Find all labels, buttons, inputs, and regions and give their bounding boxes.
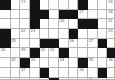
white-cell-r1-c0[interactable] bbox=[0, 10, 11, 20]
white-cell-r4-c11[interactable] bbox=[107, 39, 115, 49]
black-cell-r3-c0 bbox=[0, 29, 11, 39]
white-cell-r7-c0[interactable] bbox=[0, 68, 11, 78]
white-cell-r0-c4[interactable] bbox=[40, 0, 50, 10]
white-cell-r1-c9[interactable] bbox=[88, 10, 98, 20]
white-cell-r8-c9[interactable]: 39 bbox=[88, 78, 98, 80]
white-cell-r3-c10[interactable] bbox=[98, 29, 108, 39]
white-cell-r5-c0[interactable]: 28 bbox=[0, 48, 11, 58]
white-cell-r2-c11[interactable]: 21 bbox=[107, 19, 115, 29]
white-cell-r3-c9[interactable] bbox=[88, 29, 98, 39]
white-cell-r6-c9[interactable]: 35 bbox=[88, 58, 98, 68]
clue-number: 35 bbox=[89, 58, 94, 62]
white-cell-r8-c7[interactable] bbox=[69, 78, 79, 80]
white-cell-r0-c11[interactable]: 14 bbox=[107, 0, 115, 10]
black-cell-r4-c0 bbox=[0, 39, 11, 49]
clue-number: 14 bbox=[108, 0, 113, 4]
white-cell-r3-c4[interactable] bbox=[40, 29, 50, 39]
white-cell-r8-c11[interactable] bbox=[107, 78, 115, 80]
clue-number: 18 bbox=[108, 10, 113, 14]
white-cell-r2-c0[interactable] bbox=[0, 19, 11, 29]
black-cell-r0-c3 bbox=[30, 0, 40, 10]
white-cell-r0-c6[interactable] bbox=[59, 0, 69, 10]
white-cell-r7-c11[interactable] bbox=[107, 68, 115, 78]
white-cell-r4-c6[interactable] bbox=[59, 39, 69, 49]
black-cell-r3-c7 bbox=[69, 29, 79, 39]
clue-number: 38 bbox=[79, 68, 84, 72]
clue-number: 17 bbox=[79, 10, 84, 14]
black-cell-r6-c8 bbox=[78, 58, 88, 68]
white-cell-r5-c4[interactable]: 30 bbox=[40, 48, 50, 58]
white-cell-r6-c11[interactable]: 36 bbox=[107, 58, 115, 68]
white-cell-r2-c4[interactable] bbox=[40, 19, 50, 29]
black-cell-r4-c4 bbox=[40, 39, 50, 49]
white-cell-r4-c7[interactable]: 26 bbox=[69, 39, 79, 49]
black-cell-r2-c8 bbox=[78, 19, 88, 29]
clue-number: 37 bbox=[21, 68, 26, 72]
white-cell-r8-c8[interactable] bbox=[78, 78, 88, 80]
white-cell-r6-c6[interactable]: 34 bbox=[59, 58, 69, 68]
white-cell-r0-c7[interactable] bbox=[69, 0, 79, 10]
clue-number: 25 bbox=[11, 39, 16, 43]
clue-number: 20 bbox=[60, 19, 65, 23]
white-cell-r3-c3[interactable]: 23 bbox=[30, 29, 40, 39]
clue-number: 24 bbox=[108, 29, 113, 33]
white-cell-r1-c11[interactable]: 18 bbox=[107, 10, 115, 20]
white-cell-r3-c11[interactable]: 24 bbox=[107, 29, 115, 39]
crossword-screenshot: 1314171820212223242526272829303132333435… bbox=[0, 0, 115, 80]
white-cell-r2-c2[interactable] bbox=[20, 19, 30, 29]
white-cell-r1-c1[interactable] bbox=[11, 10, 21, 20]
white-cell-r7-c2[interactable]: 37 bbox=[20, 68, 30, 78]
white-cell-r2-c6[interactable]: 20 bbox=[59, 19, 69, 29]
clue-number: 33 bbox=[30, 58, 35, 62]
white-cell-r4-c1[interactable]: 25 bbox=[11, 39, 21, 49]
white-cell-r7-c9[interactable] bbox=[88, 68, 98, 78]
clue-number: 29 bbox=[21, 48, 26, 52]
white-cell-r6-c5[interactable] bbox=[49, 58, 59, 68]
white-cell-r3-c1[interactable] bbox=[11, 29, 21, 39]
white-cell-r8-c10[interactable] bbox=[98, 78, 108, 80]
white-cell-r7-c3[interactable] bbox=[30, 68, 40, 78]
black-cell-r1-c4 bbox=[40, 10, 50, 20]
white-cell-r3-c2[interactable]: 22 bbox=[20, 29, 30, 39]
black-cell-r1-c3 bbox=[30, 10, 40, 20]
white-cell-r7-c1[interactable] bbox=[11, 68, 21, 78]
white-cell-r7-c5[interactable] bbox=[49, 68, 59, 78]
clue-number: 34 bbox=[60, 58, 65, 62]
black-cell-r5-c6 bbox=[59, 48, 69, 58]
white-cell-r1-c10[interactable] bbox=[98, 10, 108, 20]
white-cell-r6-c3[interactable]: 33 bbox=[30, 58, 40, 68]
white-cell-r3-c8[interactable] bbox=[78, 29, 88, 39]
white-cell-r4-c8[interactable] bbox=[78, 39, 88, 49]
white-cell-r3-c6[interactable] bbox=[59, 29, 69, 39]
white-cell-r0-c1[interactable] bbox=[11, 0, 21, 10]
white-cell-r6-c7[interactable] bbox=[69, 58, 79, 68]
black-cell-r8-c5 bbox=[49, 78, 59, 80]
clue-number: 21 bbox=[108, 19, 113, 23]
white-cell-r6-c0[interactable] bbox=[0, 58, 11, 68]
white-cell-r8-c2[interactable] bbox=[20, 78, 30, 80]
white-cell-r5-c9[interactable] bbox=[88, 48, 98, 58]
white-cell-r8-c1[interactable] bbox=[11, 78, 21, 80]
white-cell-r7-c8[interactable]: 38 bbox=[78, 68, 88, 78]
black-cell-r5-c3 bbox=[30, 48, 40, 58]
black-cell-r5-c11 bbox=[107, 48, 115, 58]
white-cell-r5-c5[interactable]: 31 bbox=[49, 48, 59, 58]
clue-number: 36 bbox=[108, 58, 113, 62]
clue-number: 26 bbox=[69, 39, 74, 43]
clue-number: 31 bbox=[50, 48, 55, 52]
black-cell-r7-c10 bbox=[98, 68, 108, 78]
white-cell-r5-c2[interactable]: 29 bbox=[20, 48, 30, 58]
white-cell-r5-c7[interactable] bbox=[69, 48, 79, 58]
white-cell-r1-c2[interactable] bbox=[20, 10, 30, 20]
clue-number: 13 bbox=[21, 0, 26, 4]
white-cell-r7-c7[interactable] bbox=[69, 68, 79, 78]
clue-number: 27 bbox=[89, 39, 94, 43]
black-cell-r1-c7 bbox=[69, 10, 79, 20]
white-cell-r4-c9[interactable]: 27 bbox=[88, 39, 98, 49]
white-cell-r1-c8[interactable]: 17 bbox=[78, 10, 88, 20]
clue-number: 22 bbox=[21, 29, 26, 33]
black-cell-r7-c4 bbox=[40, 68, 50, 78]
black-cell-r4-c5 bbox=[49, 39, 59, 49]
white-cell-r4-c2[interactable] bbox=[20, 39, 30, 49]
white-cell-r8-c3[interactable] bbox=[30, 78, 40, 80]
clue-number: 39 bbox=[89, 78, 94, 80]
black-cell-r6-c2 bbox=[20, 58, 30, 68]
white-cell-r5-c8[interactable] bbox=[78, 48, 88, 58]
white-cell-r3-c5[interactable] bbox=[49, 29, 59, 39]
black-cell-r0-c0 bbox=[0, 0, 11, 10]
white-cell-r2-c5[interactable] bbox=[49, 19, 59, 29]
black-cell-r4-c10 bbox=[98, 39, 108, 49]
black-cell-r1-c6 bbox=[59, 10, 69, 20]
white-cell-r6-c1[interactable]: 32 bbox=[11, 58, 21, 68]
white-cell-r2-c1[interactable] bbox=[11, 19, 21, 29]
white-cell-r2-c7[interactable] bbox=[69, 19, 79, 29]
white-cell-r5-c1[interactable] bbox=[11, 48, 21, 58]
clue-number: 32 bbox=[11, 58, 16, 62]
clue-number: 30 bbox=[40, 48, 45, 52]
black-cell-r2-c9 bbox=[88, 19, 98, 29]
white-cell-r0-c2[interactable]: 13 bbox=[20, 0, 30, 10]
white-cell-r8-c0[interactable] bbox=[0, 78, 11, 80]
black-cell-r0-c8 bbox=[78, 0, 88, 10]
white-cell-r6-c10[interactable] bbox=[98, 58, 108, 68]
white-cell-r1-c5[interactable] bbox=[49, 10, 59, 20]
clue-number: 23 bbox=[30, 29, 35, 33]
white-cell-r4-c3[interactable] bbox=[30, 39, 40, 49]
crossword-grid: 1314171820212223242526272829303132333435… bbox=[0, 0, 115, 80]
white-cell-r6-c4[interactable] bbox=[40, 58, 50, 68]
black-cell-r2-c3 bbox=[30, 19, 40, 29]
white-cell-r0-c10[interactable] bbox=[98, 0, 108, 10]
white-cell-r5-c10[interactable] bbox=[98, 48, 108, 58]
white-cell-r8-c4[interactable] bbox=[40, 78, 50, 80]
white-cell-r8-c6[interactable] bbox=[59, 78, 69, 80]
white-cell-r7-c6[interactable] bbox=[59, 68, 69, 78]
white-cell-r0-c5[interactable] bbox=[49, 0, 59, 10]
white-cell-r2-c10[interactable] bbox=[98, 19, 108, 29]
clue-number: 28 bbox=[1, 48, 6, 52]
white-cell-r0-c9[interactable] bbox=[88, 0, 98, 10]
